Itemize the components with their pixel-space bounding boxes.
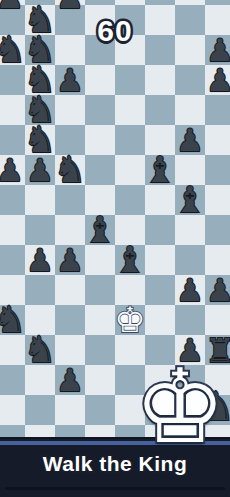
square-c3r6[interactable] [85, 155, 115, 185]
square-c7r5[interactable] [205, 125, 230, 155]
square-c3r12[interactable] [85, 335, 115, 365]
square-c7r7[interactable] [205, 185, 230, 215]
square-c5r4[interactable] [145, 95, 175, 125]
square-c1r8[interactable] [25, 215, 55, 245]
square-c7r8[interactable] [205, 215, 230, 245]
square-c4r7[interactable] [115, 185, 145, 215]
square-c7r10[interactable]: ♟ [205, 275, 230, 305]
square-c7r9[interactable] [205, 245, 230, 275]
square-c7r4[interactable] [205, 95, 230, 125]
square-c6r10[interactable]: ♟ [175, 275, 205, 305]
banner-divider [5, 487, 225, 490]
game-screen: ♟♟♞♞♞♟♞♟♟♞♞♟♟♟♞♝♝♝♟♟♝♟♟♞♚♞♟♜♟ 60 ♞ ♚ Wal… [0, 0, 230, 497]
square-c3r3[interactable] [85, 65, 115, 95]
square-c3r5[interactable] [85, 125, 115, 155]
black-pawn-piece: ♟ [26, 155, 54, 186]
square-c5r8[interactable] [145, 215, 175, 245]
black-bishop-piece: ♝ [114, 242, 146, 278]
square-c5r3[interactable] [145, 65, 175, 95]
square-c0r11[interactable]: ♞ [0, 305, 25, 335]
square-c1r6[interactable]: ♟ [25, 155, 55, 185]
square-c4r6[interactable] [115, 155, 145, 185]
black-pawn-piece: ♟ [176, 125, 204, 156]
big-white-king-decoration: ♚ [132, 356, 228, 458]
square-c5r6[interactable]: ♝ [145, 155, 175, 185]
black-pawn-piece: ♟ [206, 65, 230, 96]
black-pawn-piece: ♟ [176, 275, 204, 306]
black-bishop-piece: ♝ [84, 212, 116, 248]
black-pawn-piece: ♟ [56, 365, 84, 396]
square-c2r6[interactable]: ♞ [55, 155, 85, 185]
square-c2r10[interactable] [55, 275, 85, 305]
square-c5r9[interactable] [145, 245, 175, 275]
square-c1r7[interactable] [25, 185, 55, 215]
square-c4r11[interactable]: ♚ [115, 305, 145, 335]
square-c3r13[interactable] [85, 365, 115, 395]
square-c1r12[interactable]: ♞ [25, 335, 55, 365]
black-bishop-piece: ♝ [144, 152, 176, 188]
square-c6r4[interactable] [175, 95, 205, 125]
square-c5r10[interactable] [145, 275, 175, 305]
square-c7r3[interactable]: ♟ [205, 65, 230, 95]
square-c2r8[interactable] [55, 215, 85, 245]
square-c2r9[interactable]: ♟ [55, 245, 85, 275]
square-c2r4[interactable] [55, 95, 85, 125]
black-pawn-piece: ♟ [56, 245, 84, 276]
score-counter: 60 [0, 14, 230, 48]
square-c1r10[interactable] [25, 275, 55, 305]
square-c0r6[interactable]: ♟ [0, 155, 25, 185]
square-c1r5[interactable]: ♞ [25, 125, 55, 155]
square-c4r3[interactable] [115, 65, 145, 95]
square-c4r9[interactable]: ♝ [115, 245, 145, 275]
square-c2r0[interactable]: ♟ [55, 0, 85, 5]
square-c0r8[interactable] [0, 215, 25, 245]
black-pawn-piece-partial: ♟ [0, 0, 24, 13]
black-pawn-piece: ♟ [206, 275, 230, 306]
square-c4r4[interactable] [115, 95, 145, 125]
square-c0r7[interactable] [0, 185, 25, 215]
square-c3r14[interactable] [85, 395, 115, 425]
square-c1r9[interactable]: ♟ [25, 245, 55, 275]
square-c1r14[interactable] [25, 395, 55, 425]
black-pawn-piece: ♟ [0, 155, 24, 186]
black-knight-piece: ♞ [24, 332, 56, 368]
square-c2r13[interactable]: ♟ [55, 365, 85, 395]
square-c0r14[interactable] [0, 395, 25, 425]
square-c2r14[interactable] [55, 395, 85, 425]
square-c3r10[interactable] [85, 275, 115, 305]
square-c0r0[interactable]: ♟ [0, 0, 25, 5]
square-c6r11[interactable] [175, 305, 205, 335]
square-c2r3[interactable]: ♟ [55, 65, 85, 95]
square-c2r11[interactable] [55, 305, 85, 335]
square-c3r11[interactable] [85, 305, 115, 335]
square-c7r6[interactable] [205, 155, 230, 185]
square-c2r12[interactable] [55, 335, 85, 365]
square-c0r5[interactable] [0, 125, 25, 155]
square-c0r13[interactable] [0, 365, 25, 395]
white-king-piece[interactable]: ♚ [114, 303, 145, 338]
black-pawn-piece-partial: ♟ [56, 0, 84, 13]
square-c3r8[interactable]: ♝ [85, 215, 115, 245]
black-knight-piece: ♞ [0, 302, 26, 338]
square-c0r4[interactable] [0, 95, 25, 125]
square-c6r9[interactable] [175, 245, 205, 275]
square-c3r4[interactable] [85, 95, 115, 125]
black-knight-piece: ♞ [54, 152, 86, 188]
square-c5r11[interactable] [145, 305, 175, 335]
square-c6r5[interactable]: ♟ [175, 125, 205, 155]
square-c4r5[interactable] [115, 125, 145, 155]
black-pawn-piece: ♟ [56, 65, 84, 96]
black-bishop-piece: ♝ [174, 182, 206, 218]
square-c6r7[interactable]: ♝ [175, 185, 205, 215]
square-c0r9[interactable] [0, 245, 25, 275]
black-pawn-piece: ♟ [26, 245, 54, 276]
square-c6r3[interactable] [175, 65, 205, 95]
